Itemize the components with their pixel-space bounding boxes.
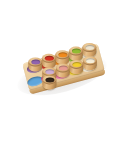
cup-felt-top — [44, 56, 53, 61]
cup-felt-top — [45, 77, 54, 82]
cup-felt-top — [45, 69, 54, 74]
cup-felt-top — [58, 66, 67, 71]
cup-peach[interactable] — [56, 64, 70, 78]
cup-cream[interactable] — [83, 56, 97, 70]
cup-empty-displaced[interactable] — [42, 75, 56, 89]
cup-felt-top — [31, 59, 40, 64]
cup-felt-top — [71, 49, 80, 54]
cup-white[interactable] — [82, 43, 96, 57]
cup-wood-rim — [82, 43, 96, 52]
cup-green[interactable] — [69, 47, 83, 61]
cup-wood-rim — [42, 75, 56, 84]
cup-felt-top — [58, 52, 67, 57]
cup-yellow[interactable] — [69, 60, 83, 74]
product-photo — [0, 0, 114, 144]
cup-felt-top — [85, 45, 94, 50]
cup-wood-rim — [42, 54, 56, 63]
cup-wood-rim — [69, 47, 83, 56]
cup-wood-rim — [69, 60, 83, 69]
cup-red[interactable] — [42, 54, 56, 68]
cup-felt-top — [72, 62, 81, 67]
cup-wood-rim — [83, 56, 97, 65]
cup-wood-rim — [55, 50, 69, 59]
cup-felt-top — [85, 58, 94, 63]
cup-orange[interactable] — [55, 50, 69, 64]
cup-purple[interactable] — [28, 57, 42, 71]
cup-wood-rim — [28, 57, 42, 66]
cup-wood-rim — [56, 64, 70, 73]
